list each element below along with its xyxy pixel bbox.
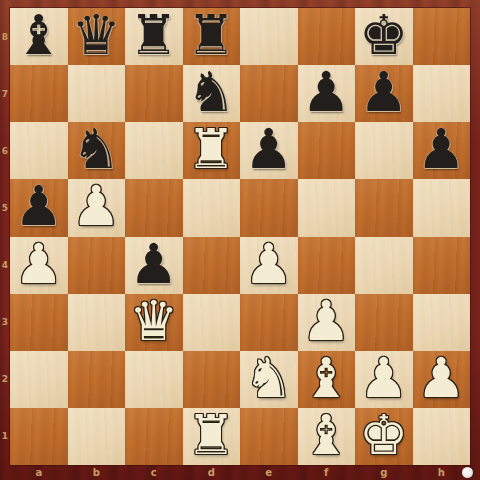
square-a2[interactable] <box>10 351 68 408</box>
square-a8[interactable]: ♝ <box>10 8 68 65</box>
white-pawn-b5[interactable]: ♟ <box>72 179 121 235</box>
square-a7[interactable] <box>10 65 68 122</box>
white-bishop-f1[interactable]: ♝ <box>302 408 351 464</box>
square-g1[interactable]: ♚ <box>355 408 413 465</box>
white-pawn-h2[interactable]: ♟ <box>417 351 466 407</box>
square-g7[interactable]: ♟ <box>355 65 413 122</box>
rank-label-1: 1 <box>0 408 10 465</box>
black-pawn-g7[interactable]: ♟ <box>359 65 408 121</box>
square-b8[interactable]: ♛ <box>68 8 126 65</box>
white-bishop-f2[interactable]: ♝ <box>302 351 351 407</box>
square-a1[interactable] <box>10 408 68 465</box>
black-bishop-a8[interactable]: ♝ <box>14 8 63 64</box>
square-a6[interactable] <box>10 122 68 179</box>
square-c5[interactable] <box>125 179 183 236</box>
black-king-g8[interactable]: ♚ <box>359 8 408 64</box>
square-g4[interactable] <box>355 237 413 294</box>
square-b4[interactable] <box>68 237 126 294</box>
square-b6[interactable]: ♞ <box>68 122 126 179</box>
square-d3[interactable] <box>183 294 241 351</box>
white-pawn-a4[interactable]: ♟ <box>14 237 63 293</box>
white-pawn-g2[interactable]: ♟ <box>359 351 408 407</box>
white-rook-d1[interactable]: ♜ <box>187 408 236 464</box>
square-f5[interactable] <box>298 179 356 236</box>
square-e7[interactable] <box>240 65 298 122</box>
square-d4[interactable] <box>183 237 241 294</box>
side-to-move-indicator <box>462 467 473 478</box>
square-g2[interactable]: ♟ <box>355 351 413 408</box>
square-h5[interactable] <box>413 179 471 236</box>
square-d8[interactable]: ♜ <box>183 8 241 65</box>
rank-label-8: 8 <box>0 8 10 65</box>
file-label-c: c <box>125 465 183 480</box>
square-f3[interactable]: ♟ <box>298 294 356 351</box>
square-h4[interactable] <box>413 237 471 294</box>
rank-label-2: 2 <box>0 351 10 408</box>
square-e5[interactable] <box>240 179 298 236</box>
square-h7[interactable] <box>413 65 471 122</box>
file-label-d: d <box>183 465 241 480</box>
rank-label-7: 7 <box>0 65 10 122</box>
square-h3[interactable] <box>413 294 471 351</box>
square-f6[interactable] <box>298 122 356 179</box>
square-f8[interactable] <box>298 8 356 65</box>
square-h6[interactable]: ♟ <box>413 122 471 179</box>
rank-label-4: 4 <box>0 237 10 294</box>
square-c8[interactable]: ♜ <box>125 8 183 65</box>
square-e6[interactable]: ♟ <box>240 122 298 179</box>
square-c1[interactable] <box>125 408 183 465</box>
square-d1[interactable]: ♜ <box>183 408 241 465</box>
white-pawn-e4[interactable]: ♟ <box>244 237 293 293</box>
square-e4[interactable]: ♟ <box>240 237 298 294</box>
white-king-g1[interactable]: ♚ <box>359 408 408 464</box>
file-label-f: f <box>298 465 356 480</box>
black-queen-b8[interactable]: ♛ <box>72 8 121 64</box>
rank-label-5: 5 <box>0 179 10 236</box>
black-pawn-f7[interactable]: ♟ <box>302 65 351 121</box>
square-a5[interactable]: ♟ <box>10 179 68 236</box>
square-c3[interactable]: ♛ <box>125 294 183 351</box>
square-f4[interactable] <box>298 237 356 294</box>
square-h8[interactable] <box>413 8 471 65</box>
chess-board-frame: 87654321 ♝♛♜♜♚♞♟♟♞♜♟♟♟♟♟♟♟♛♟♞♝♟♟♜♝♚ abcd… <box>0 0 480 480</box>
square-a4[interactable]: ♟ <box>10 237 68 294</box>
black-pawn-e6[interactable]: ♟ <box>244 122 293 178</box>
black-knight-b6[interactable]: ♞ <box>72 122 121 178</box>
square-e2[interactable]: ♞ <box>240 351 298 408</box>
square-g6[interactable] <box>355 122 413 179</box>
square-g8[interactable]: ♚ <box>355 8 413 65</box>
square-c4[interactable]: ♟ <box>125 237 183 294</box>
square-f7[interactable]: ♟ <box>298 65 356 122</box>
file-label-g: g <box>355 465 413 480</box>
black-knight-d7[interactable]: ♞ <box>187 65 236 121</box>
white-knight-e2[interactable]: ♞ <box>244 351 293 407</box>
square-d2[interactable] <box>183 351 241 408</box>
black-pawn-c4[interactable]: ♟ <box>129 237 178 293</box>
square-d7[interactable]: ♞ <box>183 65 241 122</box>
square-b7[interactable] <box>68 65 126 122</box>
square-h2[interactable]: ♟ <box>413 351 471 408</box>
square-b1[interactable] <box>68 408 126 465</box>
black-pawn-a5[interactable]: ♟ <box>14 179 63 235</box>
square-b5[interactable]: ♟ <box>68 179 126 236</box>
white-pawn-f3[interactable]: ♟ <box>302 294 351 350</box>
black-rook-d8[interactable]: ♜ <box>187 8 236 64</box>
square-c2[interactable] <box>125 351 183 408</box>
rank-label-3: 3 <box>0 294 10 351</box>
square-c6[interactable] <box>125 122 183 179</box>
square-f2[interactable]: ♝ <box>298 351 356 408</box>
square-b3[interactable] <box>68 294 126 351</box>
chess-board: ♝♛♜♜♚♞♟♟♞♜♟♟♟♟♟♟♟♛♟♞♝♟♟♜♝♚ <box>10 8 470 465</box>
black-rook-c8[interactable]: ♜ <box>129 8 178 64</box>
file-label-b: b <box>68 465 126 480</box>
file-label-a: a <box>10 465 68 480</box>
file-labels: abcdefgh <box>10 465 470 480</box>
rank-labels: 87654321 <box>0 8 10 465</box>
white-rook-d6[interactable]: ♜ <box>187 122 236 178</box>
black-pawn-h6[interactable]: ♟ <box>417 122 466 178</box>
white-queen-c3[interactable]: ♛ <box>129 294 178 350</box>
rank-label-6: 6 <box>0 122 10 179</box>
square-d5[interactable] <box>183 179 241 236</box>
square-e1[interactable] <box>240 408 298 465</box>
square-f1[interactable]: ♝ <box>298 408 356 465</box>
square-h1[interactable] <box>413 408 471 465</box>
square-b2[interactable] <box>68 351 126 408</box>
square-a3[interactable] <box>10 294 68 351</box>
file-label-e: e <box>240 465 298 480</box>
square-g3[interactable] <box>355 294 413 351</box>
square-g5[interactable] <box>355 179 413 236</box>
square-c7[interactable] <box>125 65 183 122</box>
square-e3[interactable] <box>240 294 298 351</box>
square-e8[interactable] <box>240 8 298 65</box>
square-d6[interactable]: ♜ <box>183 122 241 179</box>
